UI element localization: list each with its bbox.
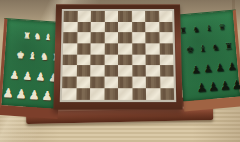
square-g8[interactable]: [145, 11, 159, 22]
square-c2[interactable]: [90, 77, 104, 88]
square-h3[interactable]: [160, 65, 174, 76]
square-e8[interactable]: [118, 11, 132, 22]
square-d4[interactable]: [104, 54, 118, 65]
square-e6[interactable]: [118, 32, 132, 43]
square-a5[interactable]: [63, 43, 77, 54]
square-d6[interactable]: [104, 32, 118, 43]
black-pawn[interactable]: ♟: [214, 61, 226, 72]
square-b6[interactable]: [77, 32, 91, 43]
square-b7[interactable]: [77, 22, 91, 33]
white-bishop[interactable]: ♝: [43, 34, 53, 43]
square-d1[interactable]: [104, 88, 118, 99]
black-knight[interactable]: ♞: [210, 43, 223, 53]
square-c5[interactable]: [90, 43, 104, 54]
square-f6[interactable]: [132, 32, 146, 43]
square-c4[interactable]: [90, 54, 104, 65]
square-e1[interactable]: [118, 88, 132, 99]
square-c8[interactable]: [91, 11, 105, 22]
black-tray-row: ♟♟♟♟: [195, 71, 240, 95]
white-pawn[interactable]: ♟: [41, 90, 54, 103]
black-queen[interactable]: ♛: [216, 23, 229, 32]
square-f8[interactable]: [132, 11, 146, 22]
white-pawn[interactable]: ♟: [15, 88, 28, 101]
square-h6[interactable]: [159, 32, 173, 43]
square-g7[interactable]: [145, 22, 159, 33]
square-g6[interactable]: [145, 32, 159, 43]
square-f3[interactable]: [132, 65, 146, 76]
board-frame: [53, 4, 182, 109]
square-a1[interactable]: [62, 88, 76, 99]
white-knight[interactable]: ♞: [39, 53, 51, 63]
square-b8[interactable]: [77, 11, 91, 22]
black-bishop[interactable]: ♝: [203, 24, 216, 33]
black-pawn[interactable]: ♟: [208, 80, 220, 93]
black-pawn[interactable]: ♟: [196, 81, 208, 94]
square-e2[interactable]: [118, 77, 132, 88]
square-b1[interactable]: [76, 88, 90, 99]
black-rook[interactable]: ♜: [223, 42, 236, 52]
white-bishop[interactable]: ♝: [27, 52, 39, 62]
square-a2[interactable]: [62, 77, 76, 88]
black-pawn[interactable]: ♟: [219, 79, 231, 92]
square-g4[interactable]: [146, 54, 160, 65]
black-pawn[interactable]: ♟: [190, 63, 202, 74]
square-h4[interactable]: [159, 54, 173, 65]
black-tray-row: ♟♟♟♟: [189, 51, 238, 75]
white-pawn[interactable]: ♟: [2, 87, 15, 100]
square-d7[interactable]: [104, 22, 118, 33]
square-a3[interactable]: [62, 65, 76, 76]
square-c6[interactable]: [91, 32, 105, 43]
white-pawn[interactable]: ♟: [28, 89, 41, 102]
square-h5[interactable]: [159, 43, 173, 54]
square-h7[interactable]: [159, 22, 173, 33]
square-d3[interactable]: [104, 65, 118, 76]
square-h2[interactable]: [160, 77, 174, 88]
square-d2[interactable]: [104, 77, 118, 88]
square-a6[interactable]: [63, 32, 77, 43]
square-e3[interactable]: [118, 65, 132, 76]
square-f4[interactable]: [132, 54, 146, 65]
black-pawn[interactable]: ♟: [226, 60, 238, 71]
square-g1[interactable]: [146, 88, 160, 99]
black-piece-drawer[interactable]: ♜♞♝♛♚♝♞♜♟♟♟♟♟♟♟♟: [176, 10, 240, 112]
square-d5[interactable]: [104, 43, 118, 54]
square-b4[interactable]: [76, 54, 90, 65]
square-a8[interactable]: [64, 11, 78, 22]
black-bishop[interactable]: ♝: [197, 44, 210, 54]
white-pawn[interactable]: ♟: [21, 70, 34, 81]
chess-set-photo: ♜♞♝♛♚♝♞♜♟♟♟♟♟♟♟♟ ♜♞♝♛♚♝♞♜♟♟♟♟♟♟♟♟: [0, 0, 240, 142]
board-trim: [60, 9, 176, 102]
square-h1[interactable]: [160, 88, 174, 99]
square-a4[interactable]: [63, 54, 77, 65]
square-c7[interactable]: [91, 22, 105, 33]
square-g3[interactable]: [146, 65, 160, 76]
square-f5[interactable]: [132, 43, 146, 54]
black-king[interactable]: ♚: [184, 45, 197, 55]
square-c1[interactable]: [90, 88, 104, 99]
square-e4[interactable]: [118, 54, 132, 65]
square-g5[interactable]: [145, 43, 159, 54]
black-pawn[interactable]: ♟: [202, 62, 214, 73]
white-pawn[interactable]: ♟: [34, 71, 47, 82]
square-f1[interactable]: [132, 88, 146, 99]
square-e5[interactable]: [118, 43, 132, 54]
square-b3[interactable]: [76, 65, 90, 76]
board-grid: [62, 11, 174, 99]
square-f2[interactable]: [132, 77, 146, 88]
square-h8[interactable]: [159, 11, 173, 22]
square-b5[interactable]: [77, 43, 91, 54]
white-pawn[interactable]: ♟: [8, 69, 21, 80]
white-king[interactable]: ♚: [15, 51, 27, 61]
black-knight[interactable]: ♞: [190, 26, 203, 35]
square-b2[interactable]: [76, 77, 90, 88]
black-pawn[interactable]: ♟: [231, 78, 240, 91]
white-rook[interactable]: ♜: [22, 32, 32, 41]
chess-board: [53, 4, 182, 109]
square-c3[interactable]: [90, 65, 104, 76]
square-e7[interactable]: [118, 22, 132, 33]
square-d8[interactable]: [104, 11, 118, 22]
white-knight[interactable]: ♞: [32, 33, 42, 42]
square-g2[interactable]: [146, 77, 160, 88]
square-a7[interactable]: [63, 22, 77, 33]
square-f7[interactable]: [132, 22, 146, 33]
